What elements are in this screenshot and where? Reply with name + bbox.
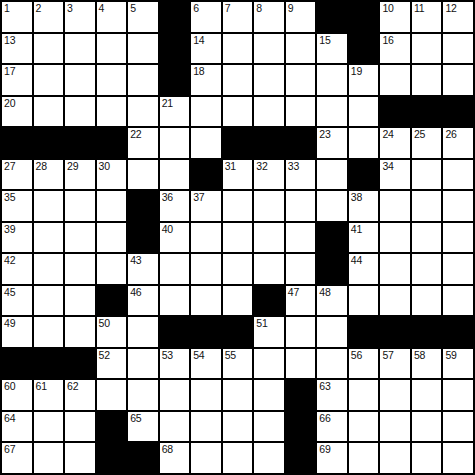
white-cell[interactable] xyxy=(191,254,221,284)
white-cell[interactable] xyxy=(443,191,473,221)
black-cell xyxy=(412,97,442,127)
white-cell[interactable] xyxy=(65,317,95,347)
clue-number: 9 xyxy=(288,3,294,14)
white-cell[interactable] xyxy=(34,191,64,221)
white-cell[interactable] xyxy=(191,223,221,253)
white-cell[interactable]: 37 xyxy=(191,191,221,221)
white-cell[interactable] xyxy=(412,286,442,316)
white-cell[interactable] xyxy=(380,412,410,442)
white-cell[interactable] xyxy=(34,65,64,95)
black-cell xyxy=(286,380,316,410)
white-cell[interactable] xyxy=(128,380,158,410)
white-cell[interactable]: 42 xyxy=(2,254,32,284)
white-cell[interactable] xyxy=(65,412,95,442)
clue-number: 11 xyxy=(414,3,425,14)
white-cell[interactable]: 3 xyxy=(65,2,95,32)
white-cell[interactable]: 1 xyxy=(2,2,32,32)
white-cell[interactable] xyxy=(223,443,253,473)
white-cell[interactable]: 40 xyxy=(160,223,190,253)
white-cell[interactable] xyxy=(223,65,253,95)
white-cell[interactable] xyxy=(65,191,95,221)
white-cell[interactable] xyxy=(128,160,158,190)
white-cell[interactable] xyxy=(65,223,95,253)
white-cell[interactable] xyxy=(286,191,316,221)
clue-number: 67 xyxy=(4,444,15,455)
black-cell xyxy=(286,443,316,473)
clue-number: 64 xyxy=(4,413,15,424)
black-cell xyxy=(160,317,190,347)
white-cell[interactable] xyxy=(34,223,64,253)
white-cell[interactable] xyxy=(65,443,95,473)
white-cell[interactable]: 10 xyxy=(380,2,410,32)
clue-number: 8 xyxy=(256,3,262,14)
white-cell[interactable] xyxy=(223,254,253,284)
white-cell[interactable]: 57 xyxy=(380,349,410,379)
white-cell[interactable] xyxy=(286,223,316,253)
white-cell[interactable] xyxy=(254,191,284,221)
white-cell[interactable] xyxy=(443,160,473,190)
clue-number: 10 xyxy=(382,3,393,14)
white-cell[interactable] xyxy=(254,65,284,95)
white-cell[interactable]: 36 xyxy=(160,191,190,221)
black-cell xyxy=(65,128,95,158)
white-cell[interactable]: 43 xyxy=(128,254,158,284)
white-cell[interactable] xyxy=(443,380,473,410)
black-cell xyxy=(191,160,221,190)
white-cell[interactable]: 50 xyxy=(97,317,127,347)
white-cell[interactable]: 17 xyxy=(2,65,32,95)
white-cell[interactable]: 55 xyxy=(223,349,253,379)
clue-number: 53 xyxy=(162,350,173,361)
clue-number: 45 xyxy=(4,287,15,298)
black-cell xyxy=(349,317,379,347)
black-cell xyxy=(128,443,158,473)
white-cell[interactable]: 38 xyxy=(349,191,379,221)
clue-number: 62 xyxy=(67,381,78,392)
clue-number: 14 xyxy=(193,35,204,46)
clue-number: 15 xyxy=(319,35,330,46)
clue-number: 55 xyxy=(225,350,236,361)
white-cell[interactable] xyxy=(380,443,410,473)
white-cell[interactable]: 64 xyxy=(2,412,32,442)
white-cell[interactable] xyxy=(412,191,442,221)
black-cell xyxy=(317,223,347,253)
white-cell[interactable] xyxy=(317,349,347,379)
white-cell[interactable] xyxy=(254,349,284,379)
white-cell[interactable]: 51 xyxy=(254,317,284,347)
white-cell[interactable] xyxy=(254,97,284,127)
white-cell[interactable] xyxy=(34,286,64,316)
black-cell xyxy=(443,317,473,347)
black-cell xyxy=(97,412,127,442)
white-cell[interactable] xyxy=(412,65,442,95)
white-cell[interactable]: 52 xyxy=(97,349,127,379)
white-cell[interactable]: 25 xyxy=(412,128,442,158)
white-cell[interactable] xyxy=(128,97,158,127)
black-cell xyxy=(160,65,190,95)
white-cell[interactable] xyxy=(254,254,284,284)
white-cell[interactable] xyxy=(254,380,284,410)
clue-number: 38 xyxy=(351,192,362,203)
white-cell[interactable] xyxy=(380,286,410,316)
black-cell xyxy=(97,128,127,158)
black-cell xyxy=(286,412,316,442)
white-cell[interactable] xyxy=(443,412,473,442)
clue-number: 31 xyxy=(225,161,236,172)
white-cell[interactable]: 20 xyxy=(2,97,32,127)
black-cell xyxy=(223,317,253,347)
black-cell xyxy=(97,286,127,316)
black-cell xyxy=(65,349,95,379)
white-cell[interactable]: 53 xyxy=(160,349,190,379)
white-cell[interactable] xyxy=(65,97,95,127)
white-cell[interactable]: 21 xyxy=(160,97,190,127)
white-cell[interactable]: 18 xyxy=(191,65,221,95)
white-cell[interactable]: 67 xyxy=(2,443,32,473)
black-cell xyxy=(128,223,158,253)
white-cell[interactable]: 63 xyxy=(317,380,347,410)
white-cell[interactable] xyxy=(191,380,221,410)
clue-number: 40 xyxy=(162,224,173,235)
clue-number: 36 xyxy=(162,192,173,203)
white-cell[interactable]: 22 xyxy=(128,128,158,158)
white-cell[interactable]: 45 xyxy=(2,286,32,316)
clue-number: 28 xyxy=(36,161,47,172)
white-cell[interactable]: 60 xyxy=(2,380,32,410)
white-cell[interactable] xyxy=(380,191,410,221)
white-cell[interactable]: 28 xyxy=(34,160,64,190)
white-cell[interactable] xyxy=(317,65,347,95)
white-cell[interactable] xyxy=(443,443,473,473)
clue-number: 37 xyxy=(193,192,204,203)
clue-number: 48 xyxy=(319,287,330,298)
white-cell[interactable]: 47 xyxy=(286,286,316,316)
white-cell[interactable]: 54 xyxy=(191,349,221,379)
white-cell[interactable] xyxy=(97,191,127,221)
white-cell[interactable] xyxy=(412,380,442,410)
white-cell[interactable] xyxy=(286,34,316,64)
white-cell[interactable] xyxy=(223,34,253,64)
white-cell[interactable] xyxy=(191,128,221,158)
white-cell[interactable] xyxy=(34,34,64,64)
white-cell[interactable] xyxy=(223,223,253,253)
black-cell xyxy=(380,97,410,127)
clue-number: 16 xyxy=(382,35,393,46)
clue-number: 57 xyxy=(382,350,393,361)
clue-number: 29 xyxy=(67,161,78,172)
white-cell[interactable] xyxy=(286,349,316,379)
white-cell[interactable] xyxy=(412,254,442,284)
white-cell[interactable] xyxy=(317,160,347,190)
white-cell[interactable] xyxy=(317,191,347,221)
black-cell xyxy=(286,128,316,158)
clue-number: 18 xyxy=(193,66,204,77)
clue-number: 32 xyxy=(256,161,267,172)
white-cell[interactable]: 11 xyxy=(412,2,442,32)
clue-number: 49 xyxy=(4,318,15,329)
white-cell[interactable] xyxy=(191,97,221,127)
clue-number: 44 xyxy=(351,255,362,266)
black-cell xyxy=(412,317,442,347)
clue-number: 24 xyxy=(382,129,393,140)
white-cell[interactable] xyxy=(34,412,64,442)
white-cell[interactable] xyxy=(254,412,284,442)
clue-number: 22 xyxy=(130,129,141,140)
white-cell[interactable] xyxy=(412,223,442,253)
clue-number: 54 xyxy=(193,350,204,361)
white-cell[interactable]: 44 xyxy=(349,254,379,284)
white-cell[interactable] xyxy=(349,380,379,410)
white-cell[interactable] xyxy=(254,223,284,253)
white-cell[interactable]: 4 xyxy=(97,2,127,32)
black-cell xyxy=(191,317,221,347)
clue-number: 21 xyxy=(162,98,173,109)
white-cell[interactable]: 68 xyxy=(160,443,190,473)
black-cell xyxy=(97,443,127,473)
white-cell[interactable] xyxy=(191,443,221,473)
white-cell[interactable]: 8 xyxy=(254,2,284,32)
white-cell[interactable]: 26 xyxy=(443,128,473,158)
white-cell[interactable]: 69 xyxy=(317,443,347,473)
white-cell[interactable] xyxy=(223,97,253,127)
clue-number: 5 xyxy=(130,3,136,14)
white-cell[interactable] xyxy=(223,380,253,410)
white-cell[interactable]: 16 xyxy=(380,34,410,64)
white-cell[interactable]: 30 xyxy=(97,160,127,190)
white-cell[interactable] xyxy=(191,286,221,316)
clue-number: 33 xyxy=(288,161,299,172)
white-cell[interactable] xyxy=(349,443,379,473)
black-cell xyxy=(317,254,347,284)
clue-number: 35 xyxy=(4,192,15,203)
white-cell[interactable] xyxy=(34,317,64,347)
white-cell[interactable]: 35 xyxy=(2,191,32,221)
white-cell[interactable]: 56 xyxy=(349,349,379,379)
white-cell[interactable]: 49 xyxy=(2,317,32,347)
white-cell[interactable] xyxy=(34,443,64,473)
white-cell[interactable]: 33 xyxy=(286,160,316,190)
clue-number: 66 xyxy=(319,413,330,424)
black-cell xyxy=(2,128,32,158)
clue-number: 26 xyxy=(445,129,456,140)
black-cell xyxy=(380,317,410,347)
white-cell[interactable] xyxy=(349,97,379,127)
white-cell[interactable] xyxy=(65,34,95,64)
clue-number: 6 xyxy=(193,3,199,14)
white-cell[interactable] xyxy=(443,65,473,95)
clue-number: 46 xyxy=(130,287,141,298)
white-cell[interactable] xyxy=(160,254,190,284)
white-cell[interactable] xyxy=(160,128,190,158)
clue-number: 17 xyxy=(4,66,15,77)
clue-number: 61 xyxy=(36,381,47,392)
clue-number: 20 xyxy=(4,98,15,109)
white-cell[interactable]: 39 xyxy=(2,223,32,253)
white-cell[interactable] xyxy=(97,97,127,127)
clue-number: 58 xyxy=(414,350,425,361)
white-cell[interactable] xyxy=(412,160,442,190)
white-cell[interactable]: 59 xyxy=(443,349,473,379)
white-cell[interactable]: 13 xyxy=(2,34,32,64)
white-cell[interactable]: 24 xyxy=(380,128,410,158)
clue-number: 47 xyxy=(288,287,299,298)
white-cell[interactable]: 14 xyxy=(191,34,221,64)
white-cell[interactable]: 48 xyxy=(317,286,347,316)
white-cell[interactable] xyxy=(191,412,221,442)
white-cell[interactable] xyxy=(65,65,95,95)
white-cell[interactable]: 41 xyxy=(349,223,379,253)
white-cell[interactable] xyxy=(349,128,379,158)
black-cell xyxy=(349,34,379,64)
clue-number: 34 xyxy=(382,161,393,172)
black-cell xyxy=(223,128,253,158)
white-cell[interactable]: 2 xyxy=(34,2,64,32)
black-cell xyxy=(160,2,190,32)
black-cell xyxy=(2,349,32,379)
white-cell[interactable] xyxy=(380,223,410,253)
clue-number: 69 xyxy=(319,444,330,455)
white-cell[interactable] xyxy=(128,317,158,347)
clue-number: 4 xyxy=(99,3,105,14)
white-cell[interactable]: 19 xyxy=(349,65,379,95)
white-cell[interactable]: 58 xyxy=(412,349,442,379)
white-cell[interactable] xyxy=(317,97,347,127)
white-cell[interactable]: 34 xyxy=(380,160,410,190)
white-cell[interactable]: 66 xyxy=(317,412,347,442)
white-cell[interactable] xyxy=(97,34,127,64)
white-cell[interactable]: 29 xyxy=(65,160,95,190)
clue-number: 23 xyxy=(319,129,330,140)
white-cell[interactable]: 9 xyxy=(286,2,316,32)
black-cell xyxy=(443,97,473,127)
clue-number: 43 xyxy=(130,255,141,266)
white-cell[interactable] xyxy=(97,65,127,95)
clue-number: 65 xyxy=(130,413,141,424)
white-cell[interactable] xyxy=(286,97,316,127)
white-cell[interactable] xyxy=(380,65,410,95)
white-cell[interactable] xyxy=(443,223,473,253)
white-cell[interactable] xyxy=(443,254,473,284)
white-cell[interactable] xyxy=(443,286,473,316)
clue-number: 2 xyxy=(36,3,42,14)
white-cell[interactable] xyxy=(160,286,190,316)
white-cell[interactable]: 62 xyxy=(65,380,95,410)
white-cell[interactable] xyxy=(97,223,127,253)
white-cell[interactable] xyxy=(34,97,64,127)
white-cell[interactable] xyxy=(380,380,410,410)
white-cell[interactable]: 5 xyxy=(128,2,158,32)
white-cell[interactable] xyxy=(412,34,442,64)
clue-number: 12 xyxy=(445,3,456,14)
clue-number: 60 xyxy=(4,381,15,392)
clue-number: 3 xyxy=(67,3,73,14)
black-cell xyxy=(128,191,158,221)
white-cell[interactable]: 7 xyxy=(223,2,253,32)
white-cell[interactable] xyxy=(97,380,127,410)
white-cell[interactable]: 15 xyxy=(317,34,347,64)
clue-number: 41 xyxy=(351,224,362,235)
white-cell[interactable] xyxy=(412,443,442,473)
white-cell[interactable]: 32 xyxy=(254,160,284,190)
black-cell xyxy=(254,128,284,158)
clue-number: 42 xyxy=(4,255,15,266)
black-cell xyxy=(317,2,347,32)
white-cell[interactable] xyxy=(223,286,253,316)
clue-number: 7 xyxy=(225,3,231,14)
clue-number: 56 xyxy=(351,350,362,361)
white-cell[interactable]: 31 xyxy=(223,160,253,190)
clue-number: 25 xyxy=(414,129,425,140)
white-cell[interactable]: 23 xyxy=(317,128,347,158)
clue-number: 27 xyxy=(4,161,15,172)
white-cell[interactable] xyxy=(349,286,379,316)
white-cell[interactable] xyxy=(223,191,253,221)
white-cell[interactable] xyxy=(65,254,95,284)
white-cell[interactable]: 6 xyxy=(191,2,221,32)
clue-number: 13 xyxy=(4,35,15,46)
white-cell[interactable]: 12 xyxy=(443,2,473,32)
white-cell[interactable] xyxy=(286,65,316,95)
white-cell[interactable] xyxy=(160,412,190,442)
white-cell[interactable]: 46 xyxy=(128,286,158,316)
clue-number: 19 xyxy=(351,66,362,77)
black-cell xyxy=(160,34,190,64)
white-cell[interactable] xyxy=(317,317,347,347)
white-cell[interactable] xyxy=(286,317,316,347)
clue-number: 63 xyxy=(319,381,330,392)
clue-number: 68 xyxy=(162,444,173,455)
white-cell[interactable] xyxy=(160,160,190,190)
white-cell[interactable] xyxy=(128,349,158,379)
white-cell[interactable] xyxy=(65,286,95,316)
clue-number: 50 xyxy=(99,318,110,329)
black-cell xyxy=(349,2,379,32)
white-cell[interactable] xyxy=(128,65,158,95)
black-cell xyxy=(34,128,64,158)
white-cell[interactable] xyxy=(380,254,410,284)
white-cell[interactable] xyxy=(97,254,127,284)
white-cell[interactable] xyxy=(254,34,284,64)
clue-number: 52 xyxy=(99,350,110,361)
clue-number: 30 xyxy=(99,161,110,172)
clue-number: 59 xyxy=(445,350,456,361)
white-cell[interactable] xyxy=(286,254,316,284)
white-cell[interactable]: 27 xyxy=(2,160,32,190)
black-cell xyxy=(34,349,64,379)
clue-number: 39 xyxy=(4,224,15,235)
white-cell[interactable] xyxy=(128,34,158,64)
black-cell xyxy=(349,160,379,190)
white-cell[interactable] xyxy=(443,34,473,64)
crossword-board: 1234567891011121314151617181920212223242… xyxy=(0,0,475,475)
white-cell[interactable] xyxy=(349,412,379,442)
clue-number: 51 xyxy=(256,318,267,329)
white-cell[interactable] xyxy=(34,254,64,284)
clue-number: 1 xyxy=(4,3,10,14)
white-cell[interactable] xyxy=(160,380,190,410)
white-cell[interactable]: 65 xyxy=(128,412,158,442)
black-cell xyxy=(254,286,284,316)
white-cell[interactable] xyxy=(254,443,284,473)
white-cell[interactable] xyxy=(223,412,253,442)
white-cell[interactable]: 61 xyxy=(34,380,64,410)
white-cell[interactable] xyxy=(412,412,442,442)
